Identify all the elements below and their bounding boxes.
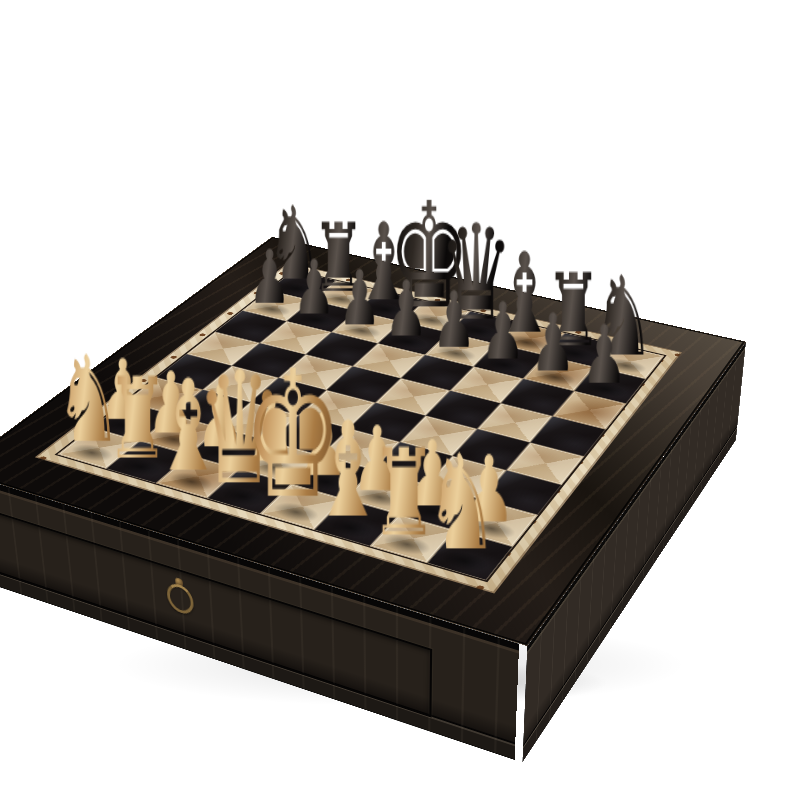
scene: ♞♜♝♚♛♝♜♞♟♟♟♟♟♟♟♟♟♟♟♟♟♟♟♟♞♜♝♛♚♝♜♞	[0, 0, 800, 800]
black-pawn[interactable]: ♟	[547, 318, 660, 393]
square-h7[interactable]: ♟	[574, 367, 646, 404]
white-knight[interactable]: ♞	[396, 444, 528, 565]
ring-pull-icon[interactable]	[166, 581, 194, 618]
product-photo-stage: ♞♜♝♚♛♝♜♞♟♟♟♟♟♟♟♟♟♟♟♟♟♟♟♟♞♜♝♛♚♝♜♞	[0, 0, 800, 800]
drawer-pull[interactable]	[166, 574, 195, 617]
chess-box: ♞♜♝♚♛♝♜♞♟♟♟♟♟♟♟♟♟♟♟♟♟♟♟♟♞♜♝♛♚♝♜♞	[0, 237, 746, 646]
square-h1[interactable]: ♞	[427, 530, 513, 580]
